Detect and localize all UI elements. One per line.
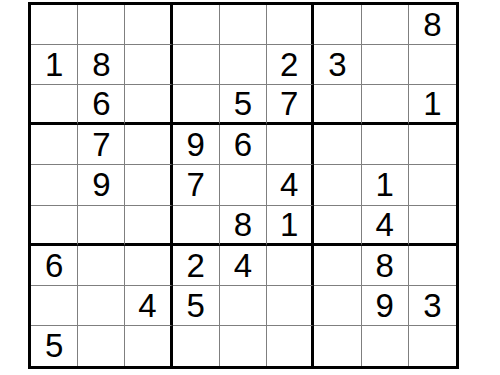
cell-r1c4[interactable] (173, 5, 220, 45)
cell-r4c1[interactable] (31, 125, 78, 165)
cell-r2c7[interactable]: 3 (314, 45, 361, 85)
cell-r4c9[interactable] (409, 125, 456, 165)
cell-r4c4[interactable]: 9 (173, 125, 220, 165)
cell-r1c2[interactable] (78, 5, 125, 45)
cell-r8c5[interactable] (220, 286, 267, 326)
cell-r7c4[interactable]: 2 (173, 246, 220, 286)
cell-r7c1[interactable]: 6 (31, 246, 78, 286)
cell-r4c6[interactable] (267, 125, 314, 165)
cell-r4c3[interactable] (125, 125, 172, 165)
cell-r5c2[interactable]: 9 (78, 165, 125, 205)
cell-r9c6[interactable] (267, 326, 314, 366)
cell-r5c7[interactable] (314, 165, 361, 205)
cell-r7c6[interactable] (267, 246, 314, 286)
cell-r5c8[interactable]: 1 (362, 165, 409, 205)
cell-r9c1[interactable]: 5 (31, 326, 78, 366)
cell-r8c8[interactable]: 9 (362, 286, 409, 326)
cell-r3c3[interactable] (125, 85, 172, 125)
cell-r2c6[interactable]: 2 (267, 45, 314, 85)
cell-r7c8[interactable]: 8 (362, 246, 409, 286)
cell-r3c6[interactable]: 7 (267, 85, 314, 125)
cell-r3c2[interactable]: 6 (78, 85, 125, 125)
cell-r4c5[interactable]: 6 (220, 125, 267, 165)
cell-r8c6[interactable] (267, 286, 314, 326)
cell-r3c1[interactable] (31, 85, 78, 125)
cell-r3c4[interactable] (173, 85, 220, 125)
cell-r3c9[interactable]: 1 (409, 85, 456, 125)
cell-r6c2[interactable] (78, 206, 125, 246)
cell-r8c4[interactable]: 5 (173, 286, 220, 326)
cell-r3c7[interactable] (314, 85, 361, 125)
cell-r9c7[interactable] (314, 326, 361, 366)
cell-r4c2[interactable]: 7 (78, 125, 125, 165)
cell-r2c4[interactable] (173, 45, 220, 85)
cell-r6c9[interactable] (409, 206, 456, 246)
cell-r7c3[interactable] (125, 246, 172, 286)
cell-r2c5[interactable] (220, 45, 267, 85)
cell-r2c1[interactable]: 1 (31, 45, 78, 85)
cell-r2c3[interactable] (125, 45, 172, 85)
cell-r5c4[interactable]: 7 (173, 165, 220, 205)
sudoku-board: 8182365717969741814624845935 (28, 2, 459, 369)
cell-r8c9[interactable]: 3 (409, 286, 456, 326)
cell-r5c1[interactable] (31, 165, 78, 205)
cell-r6c1[interactable] (31, 206, 78, 246)
cell-r5c3[interactable] (125, 165, 172, 205)
cell-r3c8[interactable] (362, 85, 409, 125)
cell-r9c4[interactable] (173, 326, 220, 366)
cell-r5c5[interactable] (220, 165, 267, 205)
cell-r4c7[interactable] (314, 125, 361, 165)
cell-r2c2[interactable]: 8 (78, 45, 125, 85)
cell-r1c3[interactable] (125, 5, 172, 45)
cell-r8c2[interactable] (78, 286, 125, 326)
cell-r6c4[interactable] (173, 206, 220, 246)
cell-r1c6[interactable] (267, 5, 314, 45)
cell-r5c9[interactable] (409, 165, 456, 205)
cell-r1c8[interactable] (362, 5, 409, 45)
cell-r6c7[interactable] (314, 206, 361, 246)
cell-r2c9[interactable] (409, 45, 456, 85)
cell-r8c3[interactable]: 4 (125, 286, 172, 326)
cell-r7c9[interactable] (409, 246, 456, 286)
cell-r6c3[interactable] (125, 206, 172, 246)
cell-r9c5[interactable] (220, 326, 267, 366)
cell-r9c8[interactable] (362, 326, 409, 366)
cell-r1c5[interactable] (220, 5, 267, 45)
cell-r6c8[interactable]: 4 (362, 206, 409, 246)
cell-r9c2[interactable] (78, 326, 125, 366)
cell-r1c1[interactable] (31, 5, 78, 45)
cell-r9c9[interactable] (409, 326, 456, 366)
cell-r6c5[interactable]: 8 (220, 206, 267, 246)
cell-r8c7[interactable] (314, 286, 361, 326)
cell-r7c5[interactable]: 4 (220, 246, 267, 286)
cell-r9c3[interactable] (125, 326, 172, 366)
cell-r1c9[interactable]: 8 (409, 5, 456, 45)
cell-r7c2[interactable] (78, 246, 125, 286)
cell-r1c7[interactable] (314, 5, 361, 45)
cell-r5c6[interactable]: 4 (267, 165, 314, 205)
cell-r2c8[interactable] (362, 45, 409, 85)
cell-r8c1[interactable] (31, 286, 78, 326)
cell-r4c8[interactable] (362, 125, 409, 165)
cell-r6c6[interactable]: 1 (267, 206, 314, 246)
cell-r3c5[interactable]: 5 (220, 85, 267, 125)
cell-r7c7[interactable] (314, 246, 361, 286)
